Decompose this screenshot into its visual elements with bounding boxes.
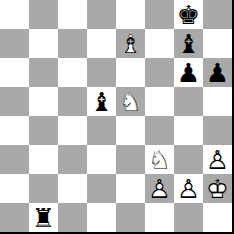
square-d6[interactable] <box>87 58 116 87</box>
square-b2[interactable] <box>29 174 58 203</box>
white-pawn-glyph: ♙ <box>174 174 203 203</box>
square-f7[interactable] <box>145 29 174 58</box>
square-c5[interactable] <box>58 87 87 116</box>
square-a1[interactable] <box>0 203 29 232</box>
square-g8[interactable]: ♚ <box>174 0 203 29</box>
square-b5[interactable] <box>29 87 58 116</box>
square-h1[interactable] <box>203 203 232 232</box>
square-d8[interactable] <box>87 0 116 29</box>
square-h6[interactable]: ♟ <box>203 58 232 87</box>
square-c1[interactable] <box>58 203 87 232</box>
black-king-glyph: ♚ <box>174 0 203 29</box>
white-bishop: ♝♗ <box>116 29 145 58</box>
square-g6[interactable]: ♟ <box>174 58 203 87</box>
square-b4[interactable] <box>29 116 58 145</box>
white-pawn: ♟♙ <box>174 174 203 203</box>
square-b1[interactable]: ♜ <box>29 203 58 232</box>
black-bishop-glyph: ♝ <box>87 87 116 116</box>
square-g1[interactable] <box>174 203 203 232</box>
black-bishop: ♝ <box>174 29 203 58</box>
square-f8[interactable] <box>145 0 174 29</box>
square-a6[interactable] <box>0 58 29 87</box>
square-h3[interactable]: ♟♙ <box>203 145 232 174</box>
square-c6[interactable] <box>58 58 87 87</box>
black-bishop: ♝ <box>87 87 116 116</box>
white-knight: ♞♘ <box>145 145 174 174</box>
white-knight: ♞♘ <box>116 87 145 116</box>
black-pawn-glyph: ♟ <box>174 58 203 87</box>
chess-board: ♚♝♗♝♟♟♝♞♘♞♘♟♙♟♙♟♙♚♔♜ <box>0 0 234 234</box>
square-a4[interactable] <box>0 116 29 145</box>
square-e4[interactable] <box>116 116 145 145</box>
square-e2[interactable] <box>116 174 145 203</box>
black-pawn: ♟ <box>174 58 203 87</box>
chess-diagram: ♚♝♗♝♟♟♝♞♘♞♘♟♙♟♙♟♙♚♔♜ <box>0 0 234 234</box>
white-knight-glyph: ♘ <box>116 87 145 116</box>
square-b6[interactable] <box>29 58 58 87</box>
square-g4[interactable] <box>174 116 203 145</box>
square-a3[interactable] <box>0 145 29 174</box>
white-bishop-glyph: ♗ <box>116 29 145 58</box>
square-d3[interactable] <box>87 145 116 174</box>
square-e6[interactable] <box>116 58 145 87</box>
square-f1[interactable] <box>145 203 174 232</box>
square-g5[interactable] <box>174 87 203 116</box>
square-a2[interactable] <box>0 174 29 203</box>
white-pawn-glyph: ♙ <box>145 174 174 203</box>
square-d1[interactable] <box>87 203 116 232</box>
white-knight-glyph: ♘ <box>145 145 174 174</box>
black-bishop-glyph: ♝ <box>174 29 203 58</box>
square-g2[interactable]: ♟♙ <box>174 174 203 203</box>
square-e5[interactable]: ♞♘ <box>116 87 145 116</box>
black-rook: ♜ <box>29 203 58 232</box>
square-h7[interactable] <box>203 29 232 58</box>
square-h4[interactable] <box>203 116 232 145</box>
square-d7[interactable] <box>87 29 116 58</box>
white-pawn-glyph: ♙ <box>203 145 232 174</box>
square-g7[interactable]: ♝ <box>174 29 203 58</box>
square-d4[interactable] <box>87 116 116 145</box>
square-e3[interactable] <box>116 145 145 174</box>
black-pawn-glyph: ♟ <box>203 58 232 87</box>
square-f6[interactable] <box>145 58 174 87</box>
square-e8[interactable] <box>116 0 145 29</box>
square-f4[interactable] <box>145 116 174 145</box>
square-b3[interactable] <box>29 145 58 174</box>
white-pawn: ♟♙ <box>145 174 174 203</box>
square-f2[interactable]: ♟♙ <box>145 174 174 203</box>
square-e7[interactable]: ♝♗ <box>116 29 145 58</box>
square-c8[interactable] <box>58 0 87 29</box>
black-pawn: ♟ <box>203 58 232 87</box>
square-f3[interactable]: ♞♘ <box>145 145 174 174</box>
white-king-glyph: ♔ <box>203 174 232 203</box>
black-rook-glyph: ♜ <box>29 203 58 232</box>
square-d2[interactable] <box>87 174 116 203</box>
black-king: ♚ <box>174 0 203 29</box>
square-b7[interactable] <box>29 29 58 58</box>
square-c7[interactable] <box>58 29 87 58</box>
square-e1[interactable] <box>116 203 145 232</box>
square-h8[interactable] <box>203 0 232 29</box>
square-d5[interactable]: ♝ <box>87 87 116 116</box>
square-a7[interactable] <box>0 29 29 58</box>
square-b8[interactable] <box>29 0 58 29</box>
square-h2[interactable]: ♚♔ <box>203 174 232 203</box>
square-g3[interactable] <box>174 145 203 174</box>
white-pawn: ♟♙ <box>203 145 232 174</box>
square-f5[interactable] <box>145 87 174 116</box>
square-c3[interactable] <box>58 145 87 174</box>
square-c2[interactable] <box>58 174 87 203</box>
square-a8[interactable] <box>0 0 29 29</box>
square-c4[interactable] <box>58 116 87 145</box>
square-a5[interactable] <box>0 87 29 116</box>
white-king: ♚♔ <box>203 174 232 203</box>
square-h5[interactable] <box>203 87 232 116</box>
